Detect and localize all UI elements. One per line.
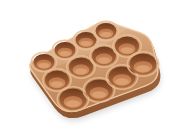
muffin-cup-r1c4 [93, 21, 118, 41]
cup-floor-highlight [75, 68, 87, 74]
muffin-cup-r2c4 [113, 35, 141, 58]
cup-floor-highlight [60, 51, 71, 56]
cup-floor-highlight [101, 32, 112, 37]
muffin-cup-r2c3 [90, 45, 118, 68]
cup-floor-highlight [51, 81, 63, 87]
cup-floor-highlight [39, 63, 50, 68]
cup-floor-highlight [81, 41, 92, 46]
cup-floor-highlight [98, 57, 110, 63]
cup-floor-highlight [115, 78, 129, 84]
cup-floor-highlight [92, 91, 106, 97]
cup-floor-highlight [121, 47, 133, 53]
muffin-pan-photo [0, 0, 189, 140]
muffin-cup-r3c4 [127, 52, 158, 77]
cup-floor-highlight [136, 65, 150, 71]
cup-floor-highlight [66, 100, 80, 106]
product-photo-canvas: Empty copper-colored 12-cup muffin tin o… [0, 0, 189, 140]
